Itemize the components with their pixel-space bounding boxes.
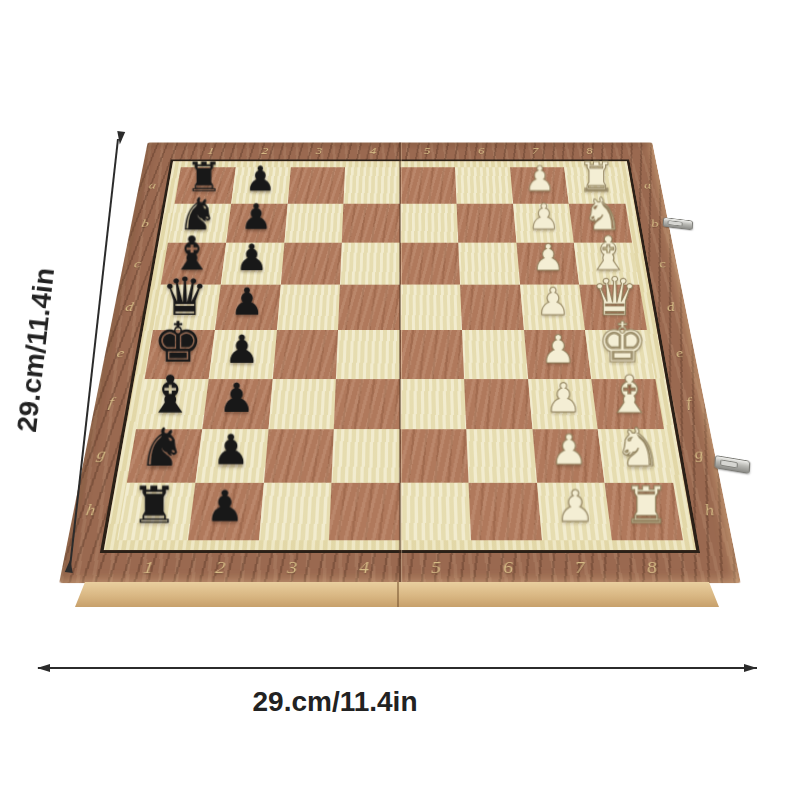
arrow-right-icon [744, 664, 757, 672]
square-e5 [400, 330, 464, 379]
white-king: ♚ [597, 315, 647, 371]
label-top-3: 3 [315, 146, 322, 156]
black-rook: ♜ [131, 479, 177, 530]
square-c7: ♟ [516, 243, 579, 284]
white-pawn: ♟ [532, 239, 565, 276]
label-top-2: 2 [261, 146, 269, 156]
white-pawn: ♟ [536, 282, 570, 320]
white-pawn: ♟ [525, 161, 556, 195]
bottom-dimension-arrow [38, 667, 757, 669]
square-f5 [400, 379, 466, 429]
square-b6 [456, 204, 516, 243]
square-g3 [263, 429, 334, 483]
label-top-6: 6 [478, 146, 485, 156]
square-a5 [400, 167, 456, 204]
square-f7: ♟ [528, 379, 598, 429]
square-e7: ♟ [523, 330, 591, 379]
black-pawn: ♟ [212, 429, 249, 471]
label-top-7: 7 [531, 146, 539, 156]
arrow-left-icon [37, 664, 50, 672]
square-a6 [455, 167, 513, 204]
bottom-dimension-label: 29.cm/11.4in [252, 686, 417, 718]
square-c2: ♟ [221, 243, 284, 284]
square-g6 [466, 429, 537, 483]
square-b5 [400, 204, 458, 243]
label-top-5: 5 [424, 146, 431, 156]
square-e4 [336, 330, 400, 379]
black-pawn: ♟ [235, 239, 268, 276]
square-c5 [400, 243, 460, 284]
black-pawn: ♟ [205, 485, 244, 528]
black-bishop: ♝ [147, 368, 194, 420]
square-e6 [462, 330, 528, 379]
square-b3 [284, 204, 344, 243]
chess-board: ♜♟♟♜♞♟♟♞♝♟♟♝♛♟♟♛♚♟♟♚♝♟♟♝♞♟♟♞♜♟♟♜ aabbccd… [59, 142, 741, 583]
metal-clasp-icon [714, 455, 750, 474]
square-g7: ♟ [532, 429, 605, 483]
square-e2: ♟ [208, 330, 276, 379]
board-scene: ♜♟♟♜♞♟♟♞♝♟♟♝♛♟♟♛♚♟♟♚♝♟♟♝♞♟♟♞♜♟♟♜ aabbccd… [110, 40, 690, 620]
white-pawn: ♟ [556, 485, 595, 528]
white-pawn: ♟ [528, 199, 560, 234]
square-e3 [272, 330, 338, 379]
product-photo: ♜♟♟♜♞♟♟♞♝♟♟♝♛♟♟♛♚♟♟♚♝♟♟♝♞♟♟♞♜♟♟♜ aabbccd… [0, 0, 800, 800]
white-pawn: ♟ [546, 378, 582, 418]
label-top-4: 4 [370, 146, 377, 156]
white-pawn: ♟ [551, 429, 588, 471]
label-top-8: 8 [585, 146, 593, 156]
black-pawn: ♟ [218, 378, 254, 418]
square-f4 [334, 379, 400, 429]
square-f6 [464, 379, 532, 429]
square-b4 [342, 204, 400, 243]
square-c6 [458, 243, 520, 284]
white-pawn: ♟ [541, 330, 576, 369]
black-pawn: ♟ [244, 161, 275, 195]
square-g2: ♟ [195, 429, 268, 483]
white-bishop: ♝ [606, 368, 653, 420]
arrow-down-icon [65, 559, 74, 573]
square-f2: ♟ [202, 379, 272, 429]
square-c4 [340, 243, 400, 284]
black-pawn: ♟ [240, 199, 272, 234]
square-f3 [268, 379, 336, 429]
black-pawn: ♟ [230, 282, 264, 320]
black-knight: ♞ [139, 421, 186, 474]
label-top-1: 1 [207, 146, 215, 156]
square-g5 [400, 429, 468, 483]
left-dimension-label: 29.cm/11.4in [11, 266, 61, 434]
arrow-up-icon [116, 131, 125, 145]
square-a3 [287, 167, 345, 204]
white-knight: ♞ [614, 421, 661, 474]
square-g4 [332, 429, 400, 483]
black-pawn: ♟ [224, 330, 259, 369]
board-side-edge [75, 582, 719, 607]
white-rook: ♜ [623, 479, 669, 530]
black-king: ♚ [153, 315, 203, 371]
square-a4 [344, 167, 400, 204]
square-c3 [280, 243, 342, 284]
